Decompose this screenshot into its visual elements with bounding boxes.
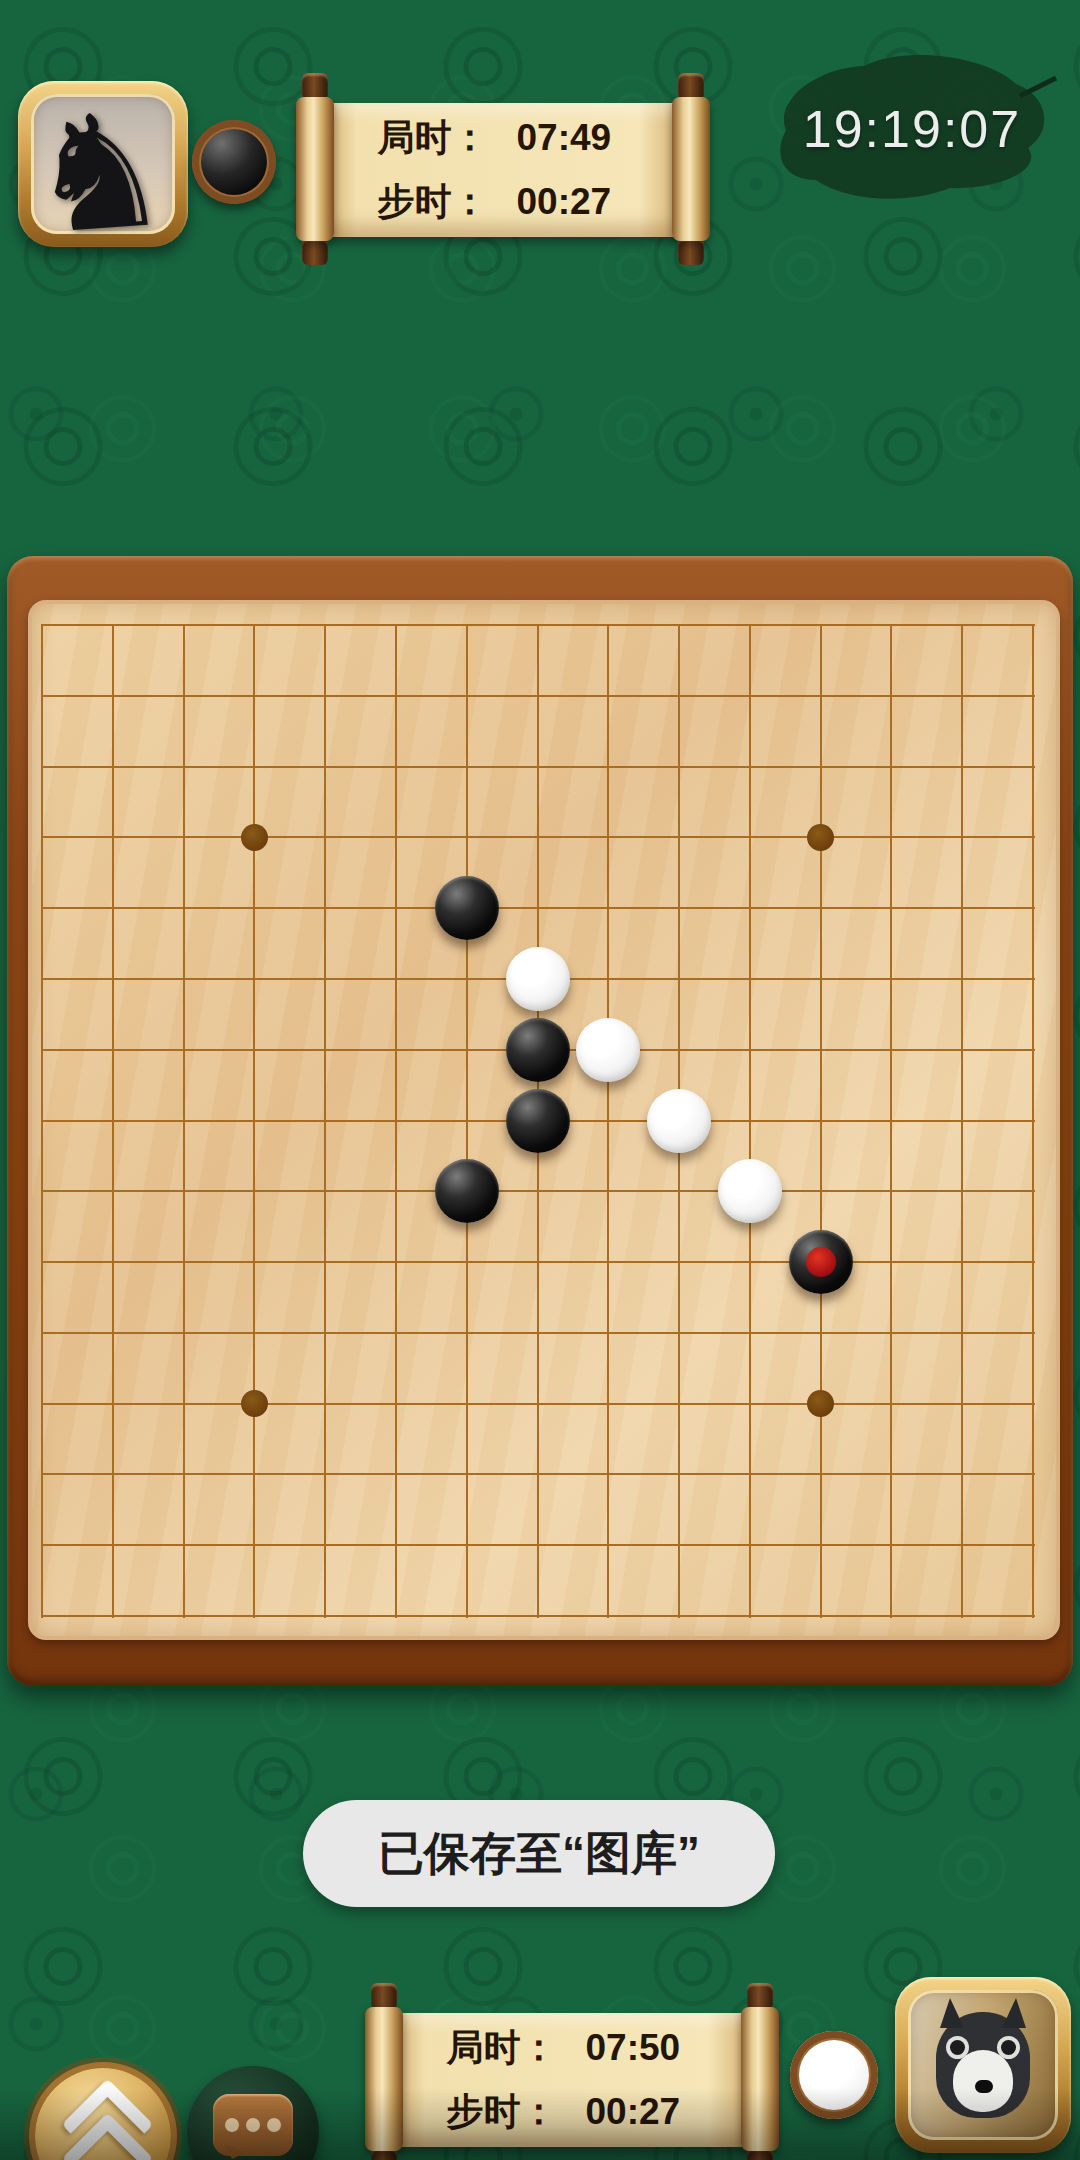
chat-button[interactable] <box>187 2066 319 2160</box>
stone-white <box>718 1159 782 1223</box>
scroll-knob <box>678 238 704 265</box>
scroll-knob <box>371 1983 397 2010</box>
dog-icon <box>936 2012 1030 2118</box>
scroll-knob <box>747 1983 773 2010</box>
toast-saved-to-gallery: 已保存至“图库” <box>303 1800 775 1907</box>
scroll-roller <box>296 97 334 241</box>
move-time-value: 00:27 <box>586 2091 698 2133</box>
bottom-timer-scroll: 局时： 07:50 步时： 00:27 <box>365 1983 779 2160</box>
top-player-stone-badge-black <box>192 120 276 204</box>
move-time-value: 00:27 <box>517 181 629 223</box>
game-time-label: 局时： <box>447 2023 558 2073</box>
horse-icon: ♞ <box>31 94 175 234</box>
speech-bubble-icon <box>213 2094 293 2156</box>
game-screen: 19:19:07 ♞ 局时： 07:49 步时： 00:27 <box>0 0 1080 2160</box>
move-time-label: 步时： <box>447 2087 558 2137</box>
stone-white <box>506 947 570 1011</box>
stone-black <box>435 1159 499 1223</box>
stone-black <box>435 876 499 940</box>
board-frame <box>7 556 1073 1686</box>
game-time-row: 局时： 07:50 <box>393 2023 751 2073</box>
game-time-label: 局时： <box>378 113 489 163</box>
stone-white <box>647 1089 711 1153</box>
top-player-avatar[interactable]: ♞ <box>18 81 188 247</box>
scroll-roller <box>365 2007 403 2151</box>
board-panel <box>28 600 1060 1640</box>
stone-black <box>506 1089 570 1153</box>
avatar-photo-horse: ♞ <box>31 94 175 234</box>
top-timer-parchment: 局时： 07:49 步时： 00:27 <box>324 103 682 237</box>
star-point <box>241 824 268 851</box>
move-time-label: 步时： <box>378 177 489 227</box>
move-time-row: 步时： 00:27 <box>324 177 682 227</box>
avatar-photo-dog <box>908 1990 1058 2140</box>
game-time-value: 07:50 <box>586 2027 698 2069</box>
expand-menu-button[interactable] <box>35 2068 171 2160</box>
scroll-knob <box>302 238 328 265</box>
star-point <box>241 1390 268 1417</box>
game-time-row: 局时： 07:49 <box>324 113 682 163</box>
star-point <box>807 824 834 851</box>
game-time-value: 07:49 <box>517 117 629 159</box>
bottom-timer-parchment: 局时： 07:50 步时： 00:27 <box>393 2013 751 2147</box>
system-clock: 19:19:07 <box>752 38 1072 220</box>
gomoku-board-grid[interactable] <box>41 624 1035 1618</box>
bottom-player-stone-badge-white <box>790 2031 878 2119</box>
clock-time: 19:19:07 <box>752 38 1072 220</box>
scroll-roller <box>672 97 710 241</box>
move-time-row: 步时： 00:27 <box>393 2087 751 2137</box>
scroll-knob <box>678 73 704 100</box>
scroll-knob <box>302 73 328 100</box>
bottom-player-avatar[interactable] <box>895 1977 1071 2153</box>
scroll-roller <box>741 2007 779 2151</box>
stone-white <box>576 1018 640 1082</box>
stone-black <box>789 1230 853 1294</box>
top-timer-scroll: 局时： 07:49 步时： 00:27 <box>296 73 710 265</box>
star-point <box>807 1390 834 1417</box>
stone-black <box>506 1018 570 1082</box>
last-move-marker <box>806 1247 836 1277</box>
